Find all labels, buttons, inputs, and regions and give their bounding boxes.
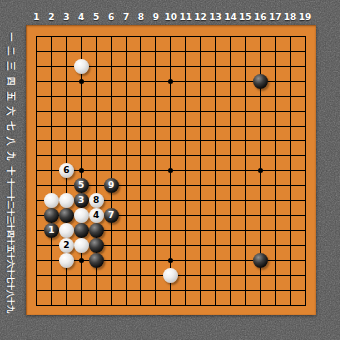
stone-black[interactable] <box>89 253 104 268</box>
grid-line-vertical <box>245 36 246 306</box>
stone-black[interactable] <box>253 74 268 89</box>
move-number: 5 <box>78 181 84 190</box>
move-number: 9 <box>108 181 114 190</box>
move-number: 1 <box>48 226 54 235</box>
grid-line-vertical <box>215 36 216 306</box>
stone-black[interactable] <box>74 223 89 238</box>
grid-line-vertical <box>200 36 201 306</box>
stone-white[interactable] <box>74 238 89 253</box>
row-label: 十九 <box>4 296 18 314</box>
stone-black[interactable]: 1 <box>44 223 59 238</box>
stone-white[interactable] <box>163 268 178 283</box>
grid-line-vertical <box>275 36 276 306</box>
stone-black[interactable] <box>59 208 74 223</box>
stone-white[interactable]: 4 <box>89 208 104 223</box>
grid-line-vertical <box>305 36 306 306</box>
grid-line-vertical <box>230 36 231 306</box>
star-point <box>79 258 84 263</box>
stone-white[interactable] <box>44 193 59 208</box>
stone-black[interactable]: 5 <box>74 178 89 193</box>
stone-white[interactable] <box>59 193 74 208</box>
stone-white[interactable] <box>74 208 89 223</box>
grid-line-horizontal <box>36 290 306 291</box>
stone-black[interactable] <box>89 223 104 238</box>
stone-black[interactable]: 3 <box>74 193 89 208</box>
stone-black[interactable] <box>89 238 104 253</box>
stone-white[interactable] <box>59 223 74 238</box>
star-point <box>79 79 84 84</box>
move-number: 3 <box>78 196 84 205</box>
stone-white[interactable] <box>59 253 74 268</box>
grid-line-horizontal <box>36 305 306 306</box>
stone-white[interactable] <box>74 59 89 74</box>
stone-white[interactable]: 6 <box>59 163 74 178</box>
stone-white[interactable]: 8 <box>89 193 104 208</box>
move-number: 7 <box>108 211 114 220</box>
stone-black[interactable]: 7 <box>104 208 119 223</box>
stone-black[interactable]: 9 <box>104 178 119 193</box>
grid-line-vertical <box>185 36 186 306</box>
move-number: 4 <box>93 211 99 220</box>
stone-white[interactable]: 2 <box>59 238 74 253</box>
move-number: 6 <box>63 166 69 175</box>
col-label: 19 <box>296 10 314 24</box>
move-number: 2 <box>63 241 69 250</box>
stone-black[interactable] <box>253 253 268 268</box>
move-number: 8 <box>93 196 99 205</box>
grid-line-vertical <box>290 36 291 306</box>
go-app-stage: 12345678910111213141516171819一二三四五六七八九十十… <box>0 0 340 340</box>
stone-black[interactable] <box>44 208 59 223</box>
